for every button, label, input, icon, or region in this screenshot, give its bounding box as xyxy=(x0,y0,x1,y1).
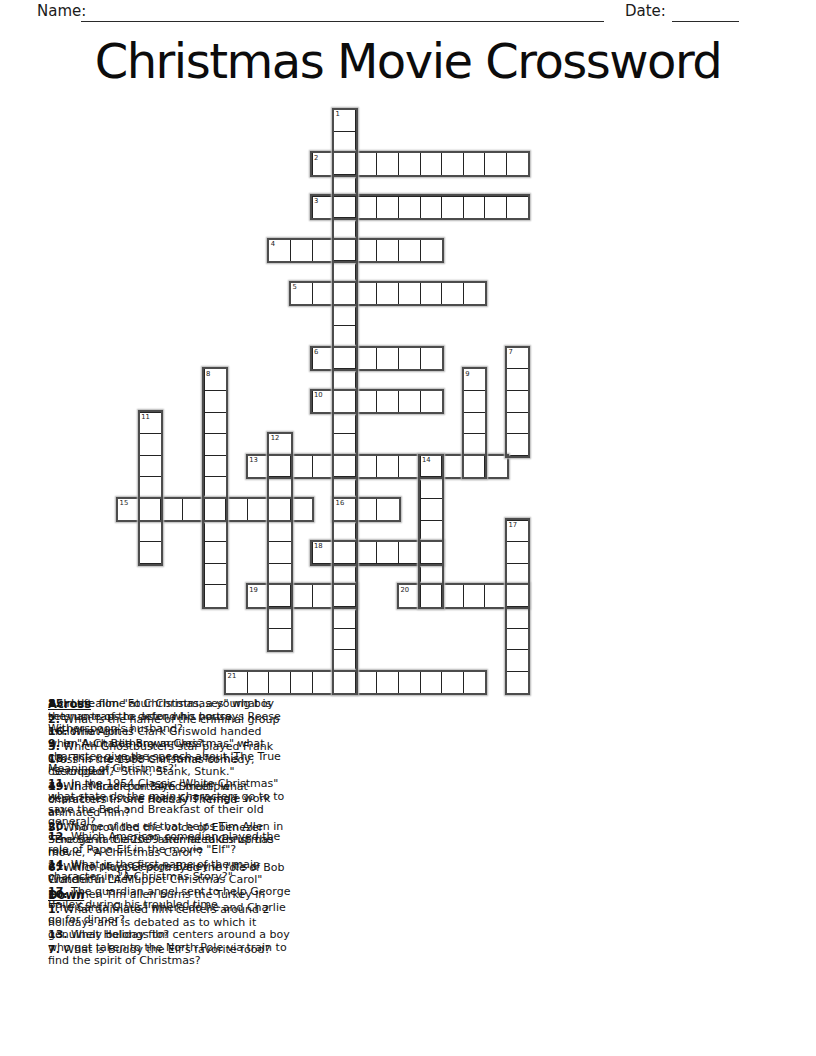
clue-item-17: 17. The guardian angel sent to help Geor… xyxy=(48,886,291,911)
grid-cell[interactable] xyxy=(441,196,464,219)
grid-cell[interactable] xyxy=(398,671,421,694)
grid-cell[interactable] xyxy=(441,455,464,478)
grid-cell[interactable] xyxy=(333,368,356,391)
grid-cell[interactable] xyxy=(204,412,227,435)
grid-cell[interactable] xyxy=(355,282,378,305)
name-blank-line[interactable] xyxy=(81,21,604,22)
grid-cell[interactable] xyxy=(376,671,399,694)
grid-cell[interactable] xyxy=(484,196,507,219)
clue-number-21: 21 xyxy=(228,673,237,680)
clue-number-9: 9 xyxy=(465,371,469,378)
grid-cell[interactable] xyxy=(376,347,399,370)
grid-cell[interactable] xyxy=(312,455,335,478)
clue-number-8: 8 xyxy=(206,371,210,378)
clue-number-1: 1 xyxy=(336,111,340,118)
grid-cell[interactable] xyxy=(376,196,399,219)
grid-cell[interactable] xyxy=(355,541,378,564)
grid-cell[interactable] xyxy=(312,671,335,694)
grid-cell[interactable] xyxy=(355,390,378,413)
name-label: Name: xyxy=(37,2,86,20)
grid-cell[interactable] xyxy=(420,152,443,175)
grid-cell[interactable] xyxy=(204,498,227,521)
clue-item-7: 7. What is Buddy the Elf's favorite food… xyxy=(48,944,285,957)
grid-cell[interactable] xyxy=(441,282,464,305)
grid-cell[interactable] xyxy=(506,563,529,586)
grid-cell[interactable] xyxy=(420,498,443,521)
grid-cell[interactable] xyxy=(506,152,529,175)
clue-item-number: 17. xyxy=(48,885,68,898)
grid-cell[interactable] xyxy=(376,541,399,564)
grid-cell[interactable] xyxy=(290,239,313,262)
grid-cell[interactable] xyxy=(420,476,443,499)
clue-item-9: 9. In "A Charlie Brown Christmas" what c… xyxy=(48,738,291,776)
grid-cell[interactable] xyxy=(420,563,443,586)
clue-item-11: 11. In the 1954 Classic 'White Christmas… xyxy=(48,778,291,828)
clue-item-number: 8. xyxy=(48,697,60,710)
grid-cell[interactable] xyxy=(506,433,529,456)
clue-item-12: 12. Which American comedian played the r… xyxy=(48,831,291,856)
grid-cell[interactable] xyxy=(506,390,529,413)
grid-cell[interactable] xyxy=(420,390,443,413)
grid-cell[interactable] xyxy=(463,282,486,305)
grid-cell[interactable] xyxy=(268,671,291,694)
grid-cell[interactable] xyxy=(268,563,291,586)
grid-cell[interactable] xyxy=(333,671,356,694)
grid-cell[interactable] xyxy=(463,196,486,219)
grid-cell[interactable] xyxy=(139,455,162,478)
grid-cell[interactable] xyxy=(204,520,227,543)
clue-number-6: 6 xyxy=(314,349,318,356)
clue-number-20: 20 xyxy=(400,587,409,594)
clue-item-number: 12. xyxy=(48,830,68,843)
grid-cell[interactable] xyxy=(333,541,356,564)
grid-cell[interactable] xyxy=(333,455,356,478)
grid-cell[interactable] xyxy=(182,498,205,521)
clue-item-text: In the 1954 Classic 'White Christmas" wh… xyxy=(48,777,284,828)
grid-cell[interactable] xyxy=(398,152,421,175)
clue-number-4: 4 xyxy=(271,241,275,248)
grid-cell[interactable] xyxy=(290,671,313,694)
grid-cell[interactable] xyxy=(484,584,507,607)
clue-item-number: 14. xyxy=(48,858,68,871)
grid-cell[interactable] xyxy=(268,628,291,651)
grid-cell[interactable] xyxy=(463,152,486,175)
clue-number-5: 5 xyxy=(292,284,296,291)
grid-cell[interactable] xyxy=(506,584,529,607)
grid-cell[interactable] xyxy=(376,282,399,305)
grid-cell[interactable] xyxy=(290,498,313,521)
grid-cell[interactable] xyxy=(441,584,464,607)
grid-cell[interactable] xyxy=(312,584,335,607)
grid-cell[interactable] xyxy=(333,131,356,154)
grid-cell[interactable] xyxy=(333,433,356,456)
grid-cell[interactable] xyxy=(398,541,421,564)
clue-number-16: 16 xyxy=(336,500,345,507)
clue-item-text: The guardian angel sent to help George B… xyxy=(48,885,290,911)
grid-cell[interactable] xyxy=(420,584,443,607)
clue-item-number: 11. xyxy=(48,777,68,790)
clue-item-text: In "A Charlie Brown Christmas" what char… xyxy=(48,737,281,775)
grid-cell[interactable] xyxy=(506,628,529,651)
clue-number-12: 12 xyxy=(271,435,280,442)
grid-cell[interactable] xyxy=(333,217,356,240)
grid-cell[interactable] xyxy=(333,628,356,651)
clue-number-7: 7 xyxy=(508,349,512,356)
grid-cell[interactable] xyxy=(268,476,291,499)
clue-item-text: Which American comedian played the role … xyxy=(48,830,280,856)
grid-cell[interactable] xyxy=(355,455,378,478)
grid-cell[interactable] xyxy=(463,412,486,435)
grid-cell[interactable] xyxy=(333,304,356,327)
crossword-grid: 234561013151618192021178911121417 xyxy=(118,110,529,694)
grid-cell[interactable] xyxy=(420,347,443,370)
clue-number-13: 13 xyxy=(249,457,258,464)
grid-cell[interactable] xyxy=(160,498,183,521)
clue-number-3: 3 xyxy=(314,198,318,205)
grid-cell[interactable] xyxy=(333,412,356,435)
grid-cell[interactable] xyxy=(333,520,356,543)
grid-cell[interactable] xyxy=(420,282,443,305)
grid-cell[interactable] xyxy=(376,390,399,413)
clues-column-3: 8. In the film "Four Christmases" what i… xyxy=(48,698,291,914)
worksheet-page: Name: Date: Christmas Movie Crossword 23… xyxy=(0,0,816,1056)
grid-cell[interactable] xyxy=(268,606,291,629)
grid-cell[interactable] xyxy=(376,239,399,262)
grid-cell[interactable] xyxy=(398,239,421,262)
clue-item-text: What is Buddy the Elf's favorite food? xyxy=(60,943,271,956)
grid-cell[interactable] xyxy=(333,584,356,607)
grid-cell[interactable] xyxy=(506,671,529,694)
grid-cell[interactable] xyxy=(333,390,356,413)
grid-cell[interactable] xyxy=(204,390,227,413)
clue-number-14: 14 xyxy=(422,457,431,464)
grid-cell[interactable] xyxy=(376,455,399,478)
down-clues-part2: 8. In the film "Four Christmases" what i… xyxy=(48,698,291,911)
grid-cell[interactable] xyxy=(204,584,227,607)
grid-cell[interactable] xyxy=(268,520,291,543)
date-blank-line[interactable] xyxy=(672,21,739,22)
grid-cell[interactable] xyxy=(398,390,421,413)
grid-cell[interactable] xyxy=(312,282,335,305)
grid-cell[interactable] xyxy=(139,476,162,499)
grid-cell[interactable] xyxy=(333,563,356,586)
grid-cell[interactable] xyxy=(463,455,486,478)
grid-cell[interactable] xyxy=(247,498,270,521)
grid-cell[interactable] xyxy=(420,196,443,219)
grid-cell[interactable] xyxy=(355,152,378,175)
grid-cell[interactable] xyxy=(290,455,313,478)
grid-cell[interactable] xyxy=(463,584,486,607)
page-title: Christmas Movie Crossword xyxy=(0,33,816,89)
grid-cell[interactable] xyxy=(355,239,378,262)
grid-cell[interactable] xyxy=(333,347,356,370)
grid-cell[interactable] xyxy=(139,541,162,564)
grid-cell[interactable] xyxy=(333,239,356,262)
clue-number-17: 17 xyxy=(508,522,517,529)
grid-cell[interactable] xyxy=(333,606,356,629)
grid-cell[interactable] xyxy=(139,433,162,456)
grid-cell[interactable] xyxy=(463,390,486,413)
grid-cell[interactable] xyxy=(333,325,356,348)
clue-item-14: 14. What is the first name of the main c… xyxy=(48,859,291,884)
clue-number-11: 11 xyxy=(141,414,150,421)
grid-cell[interactable] xyxy=(506,368,529,391)
grid-cell[interactable] xyxy=(506,541,529,564)
grid-cell[interactable] xyxy=(204,541,227,564)
grid-cell[interactable] xyxy=(204,433,227,456)
grid-cell[interactable] xyxy=(333,196,356,219)
grid-cell[interactable] xyxy=(333,649,356,672)
clue-item-text: In the film "Four Christmases" what is t… xyxy=(48,697,281,735)
grid-cell[interactable] xyxy=(268,455,291,478)
clue-number-15: 15 xyxy=(120,500,129,507)
grid-cell[interactable] xyxy=(376,498,399,521)
grid-cell[interactable] xyxy=(441,671,464,694)
grid-cell[interactable] xyxy=(506,196,529,219)
grid-cell[interactable] xyxy=(355,671,378,694)
grid-cell[interactable] xyxy=(398,455,421,478)
grid-cell[interactable] xyxy=(441,152,464,175)
grid-cell[interactable] xyxy=(225,498,248,521)
grid-cell[interactable] xyxy=(355,498,378,521)
grid-cell[interactable] xyxy=(333,174,356,197)
grid-cell[interactable] xyxy=(463,671,486,694)
grid-cell[interactable] xyxy=(420,541,443,564)
grid-cell[interactable] xyxy=(355,196,378,219)
grid-cell[interactable] xyxy=(268,498,291,521)
grid-cell[interactable] xyxy=(139,520,162,543)
grid-cell[interactable] xyxy=(484,455,507,478)
clue-item-number: 7. xyxy=(48,943,60,956)
clue-item-text: What is the first name of the main chara… xyxy=(48,858,260,884)
grid-cell[interactable] xyxy=(506,412,529,435)
grid-cell[interactable] xyxy=(204,455,227,478)
date-label: Date: xyxy=(625,2,666,20)
grid-cell[interactable] xyxy=(333,152,356,175)
grid-cell[interactable] xyxy=(376,152,399,175)
grid-cell[interactable] xyxy=(247,671,270,694)
grid-cell[interactable] xyxy=(420,520,443,543)
grid-cell[interactable] xyxy=(506,606,529,629)
grid-cell[interactable] xyxy=(420,239,443,262)
grid-cell[interactable] xyxy=(398,347,421,370)
grid-cell[interactable] xyxy=(355,347,378,370)
grid-cell[interactable] xyxy=(398,196,421,219)
grid-cell[interactable] xyxy=(204,563,227,586)
clue-number-10: 10 xyxy=(314,392,323,399)
grid-cell[interactable] xyxy=(312,239,335,262)
clue-number-2: 2 xyxy=(314,155,318,162)
grid-cell[interactable] xyxy=(333,260,356,283)
clue-number-18: 18 xyxy=(314,543,323,550)
grid-cell[interactable] xyxy=(139,498,162,521)
clue-item-number: 9. xyxy=(48,737,60,750)
clue-number-19: 19 xyxy=(249,587,258,594)
grid-cell[interactable] xyxy=(333,282,356,305)
grid-cell[interactable] xyxy=(268,541,291,564)
grid-cell[interactable] xyxy=(506,649,529,672)
grid-cell[interactable] xyxy=(333,476,356,499)
grid-cell[interactable] xyxy=(268,584,291,607)
grid-cell[interactable] xyxy=(463,433,486,456)
grid-cell[interactable] xyxy=(420,671,443,694)
grid-cell[interactable] xyxy=(204,476,227,499)
grid-cell[interactable] xyxy=(398,282,421,305)
clue-item-8: 8. In the film "Four Christmases" what i… xyxy=(48,698,291,736)
grid-cell[interactable] xyxy=(484,152,507,175)
grid-cell[interactable] xyxy=(290,584,313,607)
